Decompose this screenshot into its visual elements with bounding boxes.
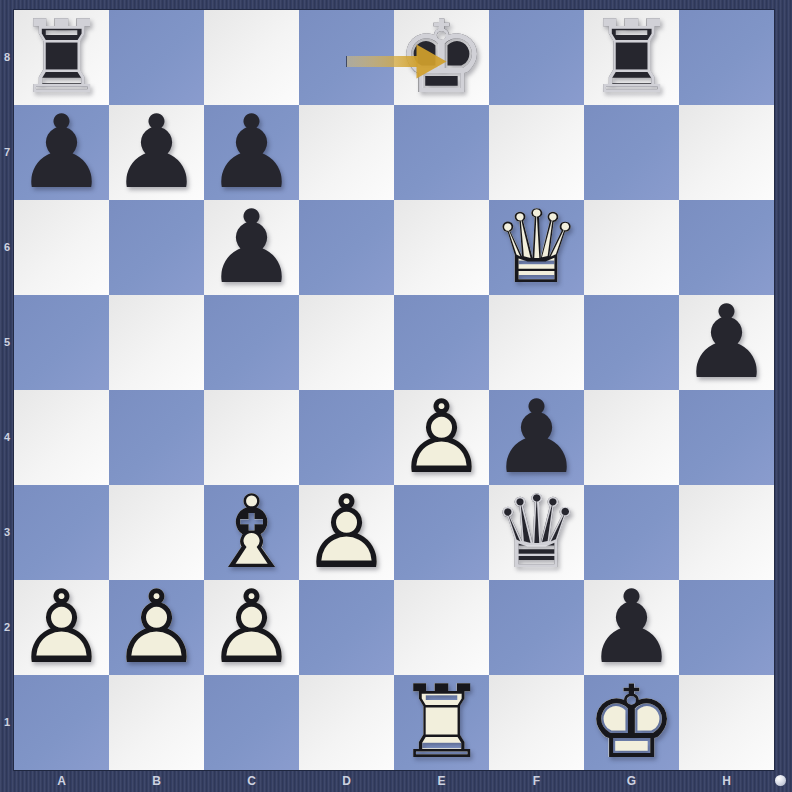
square-g2[interactable]: ♟: [584, 580, 679, 675]
piece-white-rook[interactable]: ♜♖: [394, 675, 489, 770]
square-b6[interactable]: [109, 200, 204, 295]
piece-black-queen[interactable]: ♛♕: [489, 485, 584, 580]
piece-black-king[interactable]: ♚♔: [394, 10, 489, 105]
square-a2[interactable]: ♟♙: [14, 580, 109, 675]
square-g7[interactable]: [584, 105, 679, 200]
square-f2[interactable]: [489, 580, 584, 675]
square-a6[interactable]: [14, 200, 109, 295]
file-label-f: F: [489, 771, 584, 792]
square-d2[interactable]: [299, 580, 394, 675]
square-f4[interactable]: ♟: [489, 390, 584, 485]
piece-white-pawn[interactable]: ♟♙: [204, 580, 299, 675]
square-e4[interactable]: ♟♙: [394, 390, 489, 485]
square-e8[interactable]: ♚♔: [394, 10, 489, 105]
rank-label-2: 2: [0, 580, 14, 675]
square-g5[interactable]: [584, 295, 679, 390]
square-e3[interactable]: [394, 485, 489, 580]
piece-white-pawn[interactable]: ♟♙: [109, 580, 204, 675]
chess-board: ♜♖♚♔♜♖♟♟♟♟♛♕♟♟♙♟♝♗♟♙♛♕♟♙♟♙♟♙♟♜♖♚♔: [14, 10, 774, 770]
square-e7[interactable]: [394, 105, 489, 200]
square-g1[interactable]: ♚♔: [584, 675, 679, 770]
square-f7[interactable]: [489, 105, 584, 200]
file-label-a: A: [14, 771, 109, 792]
square-b8[interactable]: [109, 10, 204, 105]
square-d7[interactable]: [299, 105, 394, 200]
square-e5[interactable]: [394, 295, 489, 390]
square-c6[interactable]: ♟: [204, 200, 299, 295]
square-a8[interactable]: ♜♖: [14, 10, 109, 105]
square-b2[interactable]: ♟♙: [109, 580, 204, 675]
rank-label-8: 8: [0, 10, 14, 105]
file-label-h: H: [679, 771, 774, 792]
piece-black-pawn[interactable]: ♟: [14, 105, 109, 200]
square-h3[interactable]: [679, 485, 774, 580]
square-c1[interactable]: [204, 675, 299, 770]
square-g6[interactable]: [584, 200, 679, 295]
square-c8[interactable]: [204, 10, 299, 105]
square-b3[interactable]: [109, 485, 204, 580]
piece-white-bishop[interactable]: ♝♗: [204, 485, 299, 580]
piece-white-king[interactable]: ♚♔: [584, 675, 679, 770]
square-c4[interactable]: [204, 390, 299, 485]
square-h4[interactable]: [679, 390, 774, 485]
square-a5[interactable]: [14, 295, 109, 390]
rank-label-3: 3: [0, 485, 14, 580]
square-h7[interactable]: [679, 105, 774, 200]
square-f8[interactable]: [489, 10, 584, 105]
piece-black-pawn[interactable]: ♟: [204, 200, 299, 295]
piece-white-pawn[interactable]: ♟♙: [14, 580, 109, 675]
square-d3[interactable]: ♟♙: [299, 485, 394, 580]
piece-black-rook[interactable]: ♜♖: [584, 10, 679, 105]
board-frame: ♜♖♚♔♜♖♟♟♟♟♛♕♟♟♙♟♝♗♟♙♛♕♟♙♟♙♟♙♟♜♖♚♔ 876543…: [0, 0, 792, 792]
square-f5[interactable]: [489, 295, 584, 390]
square-e2[interactable]: [394, 580, 489, 675]
piece-white-pawn[interactable]: ♟♙: [394, 390, 489, 485]
square-a1[interactable]: [14, 675, 109, 770]
square-b5[interactable]: [109, 295, 204, 390]
square-b1[interactable]: [109, 675, 204, 770]
square-c5[interactable]: [204, 295, 299, 390]
square-h1[interactable]: [679, 675, 774, 770]
square-b4[interactable]: [109, 390, 204, 485]
square-g8[interactable]: ♜♖: [584, 10, 679, 105]
file-labels: ABCDEFGH: [14, 770, 774, 792]
rank-label-5: 5: [0, 295, 14, 390]
file-label-c: C: [204, 771, 299, 792]
square-b7[interactable]: ♟: [109, 105, 204, 200]
square-c2[interactable]: ♟♙: [204, 580, 299, 675]
square-g4[interactable]: [584, 390, 679, 485]
square-a3[interactable]: [14, 485, 109, 580]
square-e6[interactable]: [394, 200, 489, 295]
square-c3[interactable]: ♝♗: [204, 485, 299, 580]
square-d1[interactable]: [299, 675, 394, 770]
square-d5[interactable]: [299, 295, 394, 390]
square-e1[interactable]: ♜♖: [394, 675, 489, 770]
square-h5[interactable]: ♟: [679, 295, 774, 390]
piece-black-pawn[interactable]: ♟: [679, 295, 774, 390]
file-label-g: G: [584, 771, 679, 792]
corner-dot: [775, 775, 786, 786]
rank-label-6: 6: [0, 200, 14, 295]
rank-label-1: 1: [0, 675, 14, 770]
square-a7[interactable]: ♟: [14, 105, 109, 200]
square-f6[interactable]: ♛♕: [489, 200, 584, 295]
square-d6[interactable]: [299, 200, 394, 295]
square-f1[interactable]: [489, 675, 584, 770]
piece-black-pawn[interactable]: ♟: [204, 105, 299, 200]
file-label-d: D: [299, 771, 394, 792]
file-label-e: E: [394, 771, 489, 792]
piece-black-pawn[interactable]: ♟: [109, 105, 204, 200]
square-d4[interactable]: [299, 390, 394, 485]
piece-black-rook[interactable]: ♜♖: [14, 10, 109, 105]
piece-white-queen[interactable]: ♛♕: [489, 200, 584, 295]
square-f3[interactable]: ♛♕: [489, 485, 584, 580]
piece-white-pawn[interactable]: ♟♙: [299, 485, 394, 580]
file-label-b: B: [109, 771, 204, 792]
square-h6[interactable]: [679, 200, 774, 295]
square-d8[interactable]: [299, 10, 394, 105]
square-h8[interactable]: [679, 10, 774, 105]
piece-black-pawn[interactable]: ♟: [584, 580, 679, 675]
square-g3[interactable]: [584, 485, 679, 580]
rank-label-7: 7: [0, 105, 14, 200]
square-h2[interactable]: [679, 580, 774, 675]
rank-labels: 87654321: [0, 10, 14, 770]
piece-black-pawn[interactable]: ♟: [489, 390, 584, 485]
rank-label-4: 4: [0, 390, 14, 485]
square-a4[interactable]: [14, 390, 109, 485]
square-c7[interactable]: ♟: [204, 105, 299, 200]
